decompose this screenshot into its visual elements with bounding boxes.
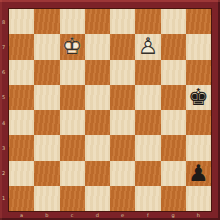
- square-c5[interactable]: [60, 85, 85, 110]
- rank-label-8: 8: [2, 19, 5, 24]
- square-f3[interactable]: [135, 135, 160, 160]
- square-g2[interactable]: [161, 161, 186, 186]
- rank-label-7: 7: [2, 44, 5, 49]
- file-label-g: g: [172, 213, 175, 218]
- square-d3[interactable]: [85, 135, 110, 160]
- rank-label-2: 2: [2, 171, 5, 176]
- square-f4[interactable]: [135, 110, 160, 135]
- square-b2[interactable]: [34, 161, 59, 186]
- square-c8[interactable]: [60, 9, 85, 34]
- square-g8[interactable]: [161, 9, 186, 34]
- square-a7[interactable]: [9, 34, 34, 59]
- rank-label-4: 4: [2, 120, 5, 125]
- square-e6[interactable]: [110, 60, 135, 85]
- file-label-h: h: [197, 213, 200, 218]
- square-h4[interactable]: [186, 110, 211, 135]
- square-a8[interactable]: [9, 9, 34, 34]
- square-f7[interactable]: ♟♙: [135, 34, 160, 59]
- square-d2[interactable]: [85, 161, 110, 186]
- square-d5[interactable]: [85, 85, 110, 110]
- square-a1[interactable]: [9, 186, 34, 211]
- square-g4[interactable]: [161, 110, 186, 135]
- file-label-d: d: [96, 213, 99, 218]
- square-g5[interactable]: [161, 85, 186, 110]
- square-g1[interactable]: [161, 186, 186, 211]
- file-label-a: a: [20, 213, 23, 218]
- square-d1[interactable]: [85, 186, 110, 211]
- square-f5[interactable]: [135, 85, 160, 110]
- square-b6[interactable]: [34, 60, 59, 85]
- square-b8[interactable]: [34, 9, 59, 34]
- piece-white-pawn[interactable]: ♙: [135, 34, 160, 59]
- square-h6[interactable]: [186, 60, 211, 85]
- square-e1[interactable]: [110, 186, 135, 211]
- square-h5[interactable]: ♚: [186, 85, 211, 110]
- square-b5[interactable]: [34, 85, 59, 110]
- square-f8[interactable]: [135, 9, 160, 34]
- square-e2[interactable]: [110, 161, 135, 186]
- square-e8[interactable]: [110, 9, 135, 34]
- square-g6[interactable]: [161, 60, 186, 85]
- square-h2[interactable]: ♟: [186, 161, 211, 186]
- square-c4[interactable]: [60, 110, 85, 135]
- square-a2[interactable]: [9, 161, 34, 186]
- square-g7[interactable]: [161, 34, 186, 59]
- square-b7[interactable]: [34, 34, 59, 59]
- square-c1[interactable]: [60, 186, 85, 211]
- chess-board: ♚♔♟♙♚♟ 87654321abcdefgh: [0, 0, 220, 220]
- rank-label-5: 5: [2, 95, 5, 100]
- file-label-c: c: [71, 213, 74, 218]
- square-c6[interactable]: [60, 60, 85, 85]
- square-b3[interactable]: [34, 135, 59, 160]
- square-d6[interactable]: [85, 60, 110, 85]
- board-grid: ♚♔♟♙♚♟: [9, 9, 211, 211]
- square-e5[interactable]: [110, 85, 135, 110]
- square-c2[interactable]: [60, 161, 85, 186]
- piece-white-king-body: ♚: [60, 34, 85, 59]
- piece-black-pawn[interactable]: ♟: [186, 161, 211, 186]
- rank-label-6: 6: [2, 70, 5, 75]
- square-a4[interactable]: [9, 110, 34, 135]
- square-a5[interactable]: [9, 85, 34, 110]
- square-a6[interactable]: [9, 60, 34, 85]
- square-h7[interactable]: [186, 34, 211, 59]
- file-label-b: b: [45, 213, 48, 218]
- square-g3[interactable]: [161, 135, 186, 160]
- rank-label-1: 1: [2, 196, 5, 201]
- square-f1[interactable]: [135, 186, 160, 211]
- file-label-e: e: [121, 213, 124, 218]
- piece-white-pawn-body: ♟: [135, 34, 160, 59]
- square-h3[interactable]: [186, 135, 211, 160]
- square-a3[interactable]: [9, 135, 34, 160]
- square-c7[interactable]: ♚♔: [60, 34, 85, 59]
- square-c3[interactable]: [60, 135, 85, 160]
- square-f6[interactable]: [135, 60, 160, 85]
- square-f2[interactable]: [135, 161, 160, 186]
- piece-white-king[interactable]: ♔: [60, 34, 85, 59]
- square-e3[interactable]: [110, 135, 135, 160]
- square-d7[interactable]: [85, 34, 110, 59]
- square-e7[interactable]: [110, 34, 135, 59]
- square-d4[interactable]: [85, 110, 110, 135]
- square-b1[interactable]: [34, 186, 59, 211]
- square-b4[interactable]: [34, 110, 59, 135]
- file-label-f: f: [147, 213, 149, 218]
- square-h1[interactable]: [186, 186, 211, 211]
- square-e4[interactable]: [110, 110, 135, 135]
- square-d8[interactable]: [85, 9, 110, 34]
- piece-black-king[interactable]: ♚: [186, 85, 211, 110]
- square-h8[interactable]: [186, 9, 211, 34]
- rank-label-3: 3: [2, 145, 5, 150]
